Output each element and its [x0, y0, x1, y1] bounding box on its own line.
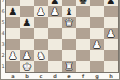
- piece-white-king-icon: ♚: [20, 61, 34, 72]
- square-d5[interactable]: [48, 17, 62, 28]
- file-label-a: a: [6, 73, 20, 80]
- file-label-h: h: [104, 73, 118, 80]
- piece-white-pawn-icon: ♟: [34, 6, 48, 17]
- square-f4[interactable]: [76, 28, 90, 39]
- square-e5[interactable]: ♛: [62, 17, 76, 28]
- square-g4[interactable]: [90, 28, 104, 39]
- file-labels: abcdefgh: [6, 73, 118, 80]
- square-h6[interactable]: [104, 6, 118, 17]
- piece-white-pawn-icon: ♟: [104, 28, 118, 39]
- piece-white-queen-icon: ♛: [62, 17, 76, 28]
- piece-white-pawn-icon: ♟: [90, 39, 104, 50]
- square-h5[interactable]: [104, 17, 118, 28]
- square-d4[interactable]: [48, 28, 62, 39]
- square-a6[interactable]: ♟: [6, 6, 20, 17]
- square-b4[interactable]: [20, 28, 34, 39]
- square-a1[interactable]: [6, 61, 20, 72]
- piece-white-rook-icon: ♜: [62, 61, 76, 72]
- square-c1[interactable]: [34, 61, 48, 72]
- square-g5[interactable]: [90, 17, 104, 28]
- square-e1[interactable]: ♜: [62, 61, 76, 72]
- square-c4[interactable]: [34, 28, 48, 39]
- file-label-c: c: [34, 73, 48, 80]
- square-b5[interactable]: ♟: [20, 17, 34, 28]
- square-c2[interactable]: ♞: [34, 50, 48, 61]
- piece-black-pawn-icon: ♟: [6, 6, 20, 17]
- square-f1[interactable]: [76, 61, 90, 72]
- square-b1[interactable]: ♚: [20, 61, 34, 72]
- square-f3[interactable]: [76, 39, 90, 50]
- square-a4[interactable]: [6, 28, 20, 39]
- square-c5[interactable]: [34, 17, 48, 28]
- piece-white-pawn-icon: ♟: [20, 50, 34, 61]
- piece-black-bishop-icon: ♝: [62, 6, 76, 17]
- square-h3[interactable]: [104, 39, 118, 50]
- square-a5[interactable]: [6, 17, 20, 28]
- square-h4[interactable]: ♟: [104, 28, 118, 39]
- square-a3[interactable]: [6, 39, 20, 50]
- square-g2[interactable]: [90, 50, 104, 61]
- piece-white-pawn-icon: ♟: [48, 6, 62, 17]
- square-h1[interactable]: [104, 61, 118, 72]
- square-e3[interactable]: [62, 39, 76, 50]
- piece-white-pawn-icon: ♟: [6, 50, 20, 61]
- file-label-f: f: [76, 73, 90, 80]
- square-g1[interactable]: [90, 61, 104, 72]
- square-g3[interactable]: ♟: [90, 39, 104, 50]
- square-f6[interactable]: [76, 6, 90, 17]
- square-a2[interactable]: ♟: [6, 50, 20, 61]
- file-label-d: d: [48, 73, 62, 80]
- file-label-e: e: [62, 73, 76, 80]
- file-label-g: g: [90, 73, 104, 80]
- chess-app-window: 87654321 ♟♚♟♟♟♟♝♟♛♟♟♟♟♞♚♜ abcdefgh: [0, 0, 120, 80]
- square-f5[interactable]: [76, 17, 90, 28]
- square-f2[interactable]: [76, 50, 90, 61]
- square-h2[interactable]: [104, 50, 118, 61]
- square-d2[interactable]: [48, 50, 62, 61]
- square-e2[interactable]: [62, 50, 76, 61]
- square-e4[interactable]: [62, 28, 76, 39]
- square-d1[interactable]: [48, 61, 62, 72]
- file-label-b: b: [20, 73, 34, 80]
- square-b6[interactable]: [20, 6, 34, 17]
- square-e6[interactable]: ♝: [62, 6, 76, 17]
- board-viewport: ♟♚♟♟♟♟♝♟♛♟♟♟♟♞♚♜: [5, 0, 119, 73]
- piece-white-knight-icon: ♞: [34, 50, 48, 61]
- square-c3[interactable]: [34, 39, 48, 50]
- square-g6[interactable]: [90, 6, 104, 17]
- chess-board: ♟♚♟♟♟♟♝♟♛♟♟♟♟♞♚♜: [6, 0, 118, 72]
- square-c6[interactable]: ♟: [34, 6, 48, 17]
- square-d3[interactable]: [48, 39, 62, 50]
- square-b2[interactable]: ♟: [20, 50, 34, 61]
- square-d6[interactable]: ♟: [48, 6, 62, 17]
- piece-black-pawn-icon: ♟: [20, 17, 34, 28]
- square-b3[interactable]: [20, 39, 34, 50]
